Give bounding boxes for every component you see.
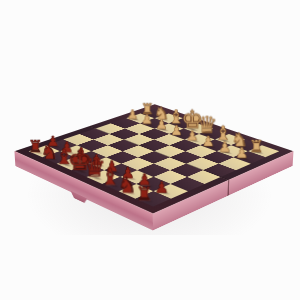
red-rook: ♜ bbox=[132, 185, 157, 202]
product-photo-scene: ♜♞♝♚♛♝♞♜♟♟♟♟♟♟♟♟♟♟♟♟♟♟♟♟♜♞♝♚♛♝♞♜ bbox=[0, 0, 300, 300]
white-pawn: ♟ bbox=[231, 147, 254, 161]
hinge-seam bbox=[227, 180, 229, 196]
